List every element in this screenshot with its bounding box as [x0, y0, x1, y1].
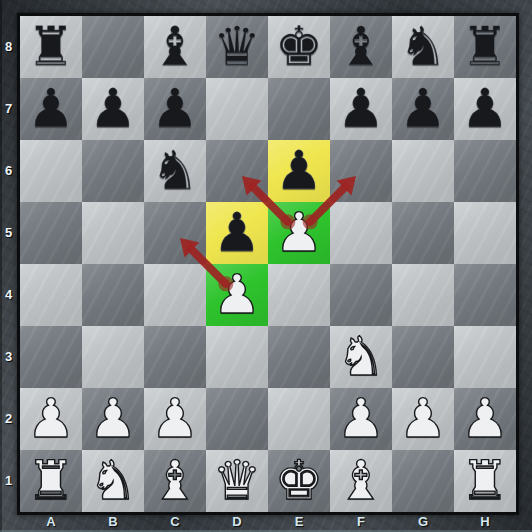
square-g1[interactable]	[392, 450, 454, 512]
square-f1[interactable]: ♝	[330, 450, 392, 512]
square-e8[interactable]: ♚	[268, 16, 330, 78]
square-f8[interactable]: ♝	[330, 16, 392, 78]
piece-black-pawn-a7[interactable]: ♟	[20, 78, 82, 140]
square-h7[interactable]: ♟	[454, 78, 516, 140]
piece-white-pawn-g2[interactable]: ♟	[392, 388, 454, 450]
square-d1[interactable]: ♛	[206, 450, 268, 512]
file-label-E: E	[268, 514, 330, 530]
piece-black-rook-h8[interactable]: ♜	[454, 16, 516, 78]
square-h2[interactable]: ♟	[454, 388, 516, 450]
piece-white-rook-h1[interactable]: ♜	[454, 450, 516, 512]
square-a8[interactable]: ♜	[20, 16, 82, 78]
piece-white-rook-a1[interactable]: ♜	[20, 450, 82, 512]
square-c4[interactable]	[144, 264, 206, 326]
square-a3[interactable]	[20, 326, 82, 388]
square-h5[interactable]	[454, 202, 516, 264]
file-label-F: F	[330, 514, 392, 530]
rank-label-5: 5	[0, 202, 17, 264]
square-g8[interactable]: ♞	[392, 16, 454, 78]
square-b1[interactable]: ♞	[82, 450, 144, 512]
piece-black-knight-c6[interactable]: ♞	[144, 140, 206, 202]
square-b4[interactable]	[82, 264, 144, 326]
square-f6[interactable]	[330, 140, 392, 202]
rank-label-2: 2	[0, 388, 17, 450]
square-g4[interactable]	[392, 264, 454, 326]
rank-label-1: 1	[0, 450, 17, 512]
square-d4[interactable]: ♟	[206, 264, 268, 326]
piece-white-pawn-e5[interactable]: ♟	[268, 202, 330, 264]
square-c5[interactable]	[144, 202, 206, 264]
square-a4[interactable]	[20, 264, 82, 326]
square-a2[interactable]: ♟	[20, 388, 82, 450]
square-h6[interactable]	[454, 140, 516, 202]
piece-white-knight-b1[interactable]: ♞	[82, 450, 144, 512]
piece-black-pawn-f7[interactable]: ♟	[330, 78, 392, 140]
square-f2[interactable]: ♟	[330, 388, 392, 450]
file-label-G: G	[392, 514, 454, 530]
square-g2[interactable]: ♟	[392, 388, 454, 450]
square-e3[interactable]	[268, 326, 330, 388]
square-f7[interactable]: ♟	[330, 78, 392, 140]
square-a7[interactable]: ♟	[20, 78, 82, 140]
square-d6[interactable]	[206, 140, 268, 202]
square-h4[interactable]	[454, 264, 516, 326]
piece-white-queen-d1[interactable]: ♛	[206, 450, 268, 512]
square-e2[interactable]	[268, 388, 330, 450]
square-f4[interactable]	[330, 264, 392, 326]
square-d5[interactable]: ♟	[206, 202, 268, 264]
piece-black-rook-a8[interactable]: ♜	[20, 16, 82, 78]
square-g3[interactable]	[392, 326, 454, 388]
piece-black-pawn-c7[interactable]: ♟	[144, 78, 206, 140]
square-g7[interactable]: ♟	[392, 78, 454, 140]
square-d7[interactable]	[206, 78, 268, 140]
file-label-C: C	[144, 514, 206, 530]
rank-label-6: 6	[0, 140, 17, 202]
piece-white-pawn-a2[interactable]: ♟	[20, 388, 82, 450]
square-b3[interactable]	[82, 326, 144, 388]
piece-black-pawn-b7[interactable]: ♟	[82, 78, 144, 140]
file-label-B: B	[82, 514, 144, 530]
piece-black-pawn-h7[interactable]: ♟	[454, 78, 516, 140]
square-e7[interactable]	[268, 78, 330, 140]
square-f5[interactable]	[330, 202, 392, 264]
square-g6[interactable]	[392, 140, 454, 202]
square-b5[interactable]	[82, 202, 144, 264]
square-a6[interactable]	[20, 140, 82, 202]
square-d2[interactable]	[206, 388, 268, 450]
square-a1[interactable]: ♜	[20, 450, 82, 512]
piece-black-knight-g8[interactable]: ♞	[392, 16, 454, 78]
square-d3[interactable]	[206, 326, 268, 388]
piece-black-bishop-c8[interactable]: ♝	[144, 16, 206, 78]
rank-label-3: 3	[0, 326, 17, 388]
piece-black-pawn-d5[interactable]: ♟	[206, 202, 268, 264]
piece-white-bishop-f1[interactable]: ♝	[330, 450, 392, 512]
rank-label-4: 4	[0, 264, 17, 326]
piece-white-pawn-h2[interactable]: ♟	[454, 388, 516, 450]
square-e5[interactable]: ♟	[268, 202, 330, 264]
chessboard-scene: ♜♝♛♚♝♞♜♟♟♟♟♟♟♞♟♟♟♟♞♟♟♟♟♟♟♜♞♝♛♚♝♜ 8765432…	[0, 0, 532, 532]
square-e4[interactable]	[268, 264, 330, 326]
square-c7[interactable]: ♟	[144, 78, 206, 140]
rank-label-8: 8	[0, 16, 17, 78]
square-c1[interactable]: ♝	[144, 450, 206, 512]
square-c2[interactable]: ♟	[144, 388, 206, 450]
square-c8[interactable]: ♝	[144, 16, 206, 78]
square-e6[interactable]: ♟	[268, 140, 330, 202]
square-f3[interactable]: ♞	[330, 326, 392, 388]
square-d8[interactable]: ♛	[206, 16, 268, 78]
rank-label-7: 7	[0, 78, 17, 140]
piece-black-king-e8[interactable]: ♚	[268, 16, 330, 78]
file-label-D: D	[206, 514, 268, 530]
file-label-A: A	[20, 514, 82, 530]
piece-black-queen-d8[interactable]: ♛	[206, 16, 268, 78]
square-g5[interactable]	[392, 202, 454, 264]
piece-white-pawn-b2[interactable]: ♟	[82, 388, 144, 450]
square-h3[interactable]	[454, 326, 516, 388]
square-b6[interactable]	[82, 140, 144, 202]
file-label-H: H	[454, 514, 516, 530]
piece-white-bishop-c1[interactable]: ♝	[144, 450, 206, 512]
piece-white-pawn-c2[interactable]: ♟	[144, 388, 206, 450]
square-h8[interactable]: ♜	[454, 16, 516, 78]
piece-white-king-e1[interactable]: ♚	[268, 450, 330, 512]
square-e1[interactable]: ♚	[268, 450, 330, 512]
square-b8[interactable]	[82, 16, 144, 78]
piece-black-pawn-g7[interactable]: ♟	[392, 78, 454, 140]
chess-board[interactable]: ♜♝♛♚♝♞♜♟♟♟♟♟♟♞♟♟♟♟♞♟♟♟♟♟♟♜♞♝♛♚♝♜	[20, 16, 516, 512]
piece-white-pawn-f2[interactable]: ♟	[330, 388, 392, 450]
piece-white-pawn-d4[interactable]: ♟	[206, 264, 268, 326]
square-c6[interactable]: ♞	[144, 140, 206, 202]
square-b7[interactable]: ♟	[82, 78, 144, 140]
piece-white-knight-f3[interactable]: ♞	[330, 326, 392, 388]
piece-black-pawn-e6[interactable]: ♟	[268, 140, 330, 202]
square-a5[interactable]	[20, 202, 82, 264]
square-h1[interactable]: ♜	[454, 450, 516, 512]
square-b2[interactable]: ♟	[82, 388, 144, 450]
square-c3[interactable]	[144, 326, 206, 388]
piece-black-bishop-f8[interactable]: ♝	[330, 16, 392, 78]
board-frame: ♜♝♛♚♝♞♜♟♟♟♟♟♟♞♟♟♟♟♞♟♟♟♟♟♟♜♞♝♛♚♝♜	[17, 13, 519, 515]
